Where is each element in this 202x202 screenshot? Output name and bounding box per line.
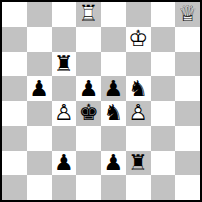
square-a5[interactable] [2,76,27,101]
square-f5[interactable]: ♞ [126,76,151,101]
square-e4[interactable]: ♞ [101,101,126,126]
square-g6[interactable] [151,52,176,77]
square-g2[interactable] [151,151,176,176]
square-h7[interactable] [175,27,200,52]
square-g8[interactable] [151,2,176,27]
square-h6[interactable] [175,52,200,77]
half-piece-white-base-fill: ♜ [126,151,151,176]
square-c3[interactable] [52,126,77,151]
square-f2[interactable]: ♜♖♜ [126,151,151,176]
square-h5[interactable] [175,76,200,101]
square-g7[interactable] [151,27,176,52]
square-c6[interactable]: ♜ [52,52,77,77]
piece-black-pawn-e2: ♟ [101,151,126,176]
square-c4[interactable]: ♟♙ [52,101,77,126]
square-b1[interactable] [27,175,52,200]
square-g3[interactable] [151,126,176,151]
piece-black-king-d4: ♚ [76,101,101,126]
half-piece-white-base-outline: ♖ [126,151,151,176]
piece-black-rook-f2: ♜♖♜ [126,151,151,176]
square-g4[interactable] [151,101,176,126]
square-e6[interactable] [101,52,126,77]
piece-black-knight-e4: ♞ [101,101,126,126]
piece-black-rook-c6: ♜ [52,52,77,77]
square-c1[interactable] [52,175,77,200]
square-b5[interactable]: ♟ [27,76,52,101]
piece-black-pawn-e5: ♟ [101,76,126,101]
piece-white-king-f7: ♚♔ [126,27,151,52]
square-c8[interactable] [52,2,77,27]
piece-white-queen-h8: ♛♕ [175,2,200,27]
piece-white-rook-d8: ♜♖ [76,2,101,27]
square-g5[interactable] [151,76,176,101]
square-a7[interactable] [2,27,27,52]
piece-black-knight-f5: ♞ [126,76,151,101]
square-f8[interactable] [126,2,151,27]
square-f7[interactable]: ♚♔ [126,27,151,52]
piece-black-pawn-c2: ♟ [52,151,77,176]
square-h8[interactable]: ♛♕ [175,2,200,27]
square-f6[interactable] [126,52,151,77]
square-a2[interactable] [2,151,27,176]
square-b2[interactable] [27,151,52,176]
square-a3[interactable] [2,126,27,151]
square-e2[interactable]: ♟ [101,151,126,176]
square-c2[interactable]: ♟ [52,151,77,176]
square-h1[interactable] [175,175,200,200]
square-f4[interactable]: ♟♙ [126,101,151,126]
square-e8[interactable] [101,2,126,27]
square-h2[interactable] [175,151,200,176]
square-e3[interactable] [101,126,126,151]
chess-diagram: ♜♖♛♕♚♔♜♟♟♟♞♟♙♚♞♟♙♟♟♜♖♜ [0,0,202,202]
square-c5[interactable] [52,76,77,101]
square-d3[interactable] [76,126,101,151]
square-f1[interactable] [126,175,151,200]
square-f3[interactable] [126,126,151,151]
square-c7[interactable] [52,27,77,52]
square-h4[interactable] [175,101,200,126]
square-b7[interactable] [27,27,52,52]
square-d5[interactable]: ♟ [76,76,101,101]
piece-black-pawn-b5: ♟ [27,76,52,101]
piece-black-pawn-d5: ♟ [76,76,101,101]
square-d8[interactable]: ♜♖ [76,2,101,27]
square-e5[interactable]: ♟ [101,76,126,101]
square-a8[interactable] [2,2,27,27]
half-piece-black-top: ♜ [126,151,151,176]
square-d1[interactable] [76,175,101,200]
square-a1[interactable] [2,175,27,200]
piece-white-pawn-c4: ♟♙ [52,101,77,126]
square-e1[interactable] [101,175,126,200]
square-a4[interactable] [2,101,27,126]
chess-board: ♜♖♛♕♚♔♜♟♟♟♞♟♙♚♞♟♙♟♟♜♖♜ [0,0,202,202]
square-d6[interactable] [76,52,101,77]
square-h3[interactable] [175,126,200,151]
piece-white-pawn-f4: ♟♙ [126,101,151,126]
square-d2[interactable] [76,151,101,176]
square-g1[interactable] [151,175,176,200]
square-b6[interactable] [27,52,52,77]
square-b8[interactable] [27,2,52,27]
square-b3[interactable] [27,126,52,151]
square-a6[interactable] [2,52,27,77]
square-d7[interactable] [76,27,101,52]
square-d4[interactable]: ♚ [76,101,101,126]
square-b4[interactable] [27,101,52,126]
square-e7[interactable] [101,27,126,52]
